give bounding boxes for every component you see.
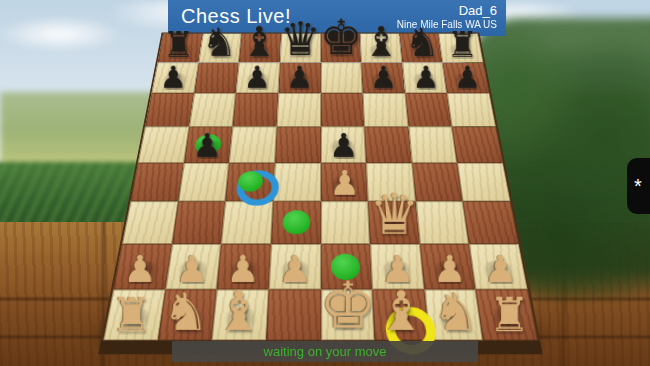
- square-d6[interactable]: [277, 93, 321, 126]
- king-glyph: ♚: [319, 14, 362, 62]
- pawn-glyph: ♟: [454, 62, 481, 92]
- piece-white-rook-h1[interactable]: ♜: [483, 264, 537, 335]
- pawn-glyph: ♟: [160, 62, 187, 92]
- square-d5[interactable]: [275, 127, 321, 163]
- piece-white-pawn-e4[interactable]: ♟: [321, 135, 368, 197]
- square-d4[interactable]: [273, 163, 321, 202]
- chess-board[interactable]: ♜♞♝♛♚♝♞♜♟♟♟♟♟♟♟♟♟♛♟♟♟♟♟♟♟♜♞♝♚♝♞♜: [103, 34, 537, 341]
- square-h5[interactable]: [452, 127, 503, 163]
- piece-white-bishop-c1[interactable]: ♝: [212, 264, 266, 335]
- square-g6[interactable]: [405, 93, 452, 126]
- status-bar: waiting on your move: [172, 341, 478, 362]
- board-scene: ♜♞♝♛♚♝♞♜♟♟♟♟♟♟♟♟♟♛♟♟♟♟♟♟♟♜♞♝♚♝♞♜: [0, 0, 650, 366]
- rook-glyph: ♜: [488, 291, 530, 338]
- pawn-glyph: ♟: [370, 62, 397, 92]
- piece-white-knight-b1[interactable]: ♞: [158, 264, 212, 335]
- square-b4[interactable]: [178, 163, 229, 202]
- square-e3[interactable]: [321, 201, 371, 243]
- piece-black-pawn-h7[interactable]: ♟: [447, 34, 489, 89]
- status-text: waiting on your move: [264, 344, 387, 359]
- square-c5[interactable]: [229, 127, 276, 163]
- asterisk-icon: *: [634, 175, 642, 198]
- piece-black-pawn-f7[interactable]: ♟: [363, 34, 405, 89]
- rook-glyph: ♜: [110, 291, 152, 338]
- piece-white-knight-g1[interactable]: ♞: [429, 264, 483, 335]
- piece-black-knight-b8[interactable]: ♞: [199, 6, 240, 59]
- piece-black-pawn-g7[interactable]: ♟: [405, 34, 447, 89]
- menu-side-tab[interactable]: *: [627, 158, 650, 214]
- pawn-glyph: ♟: [412, 62, 439, 92]
- square-g5[interactable]: [408, 127, 457, 163]
- square-c6[interactable]: [233, 93, 278, 126]
- piece-black-pawn-d7[interactable]: ♟: [278, 34, 320, 89]
- bishop-glyph: ♝: [377, 284, 426, 338]
- pawn-glyph: ♟: [286, 62, 313, 92]
- app-window: Chess Live! Dad_6 Nine Mile Falls WA US …: [0, 0, 650, 366]
- square-a5[interactable]: [138, 127, 189, 163]
- pawn-glyph: ♟: [278, 251, 311, 288]
- piece-white-pawn-d2[interactable]: ♟: [269, 217, 321, 285]
- piece-black-pawn-a7[interactable]: ♟: [152, 34, 194, 89]
- bishop-glyph: ♝: [215, 284, 264, 338]
- square-f6[interactable]: [363, 93, 408, 126]
- knight-glyph: ♞: [162, 286, 209, 338]
- square-h4[interactable]: [457, 163, 510, 202]
- move-dot-c4[interactable]: [238, 171, 264, 191]
- pawn-glyph: ♟: [244, 62, 271, 92]
- piece-black-pawn-b5[interactable]: ♟: [184, 99, 229, 159]
- pawn-glyph: ♟: [192, 129, 221, 162]
- king-glyph: ♚: [319, 274, 376, 338]
- piece-white-rook-a1[interactable]: ♜: [104, 264, 158, 335]
- square-b7[interactable]: [194, 62, 239, 93]
- square-e7[interactable]: [321, 62, 363, 93]
- square-a4[interactable]: [130, 163, 183, 202]
- square-d1[interactable]: [266, 290, 320, 341]
- pawn-glyph: ♟: [329, 166, 360, 200]
- square-f5[interactable]: [364, 127, 411, 163]
- piece-black-king-e8[interactable]: ♚: [321, 6, 362, 59]
- knight-glyph: ♞: [201, 23, 236, 62]
- square-h6[interactable]: [447, 93, 496, 126]
- piece-white-bishop-f1[interactable]: ♝: [375, 264, 429, 335]
- knight-glyph: ♞: [432, 286, 479, 338]
- piece-white-king-e1[interactable]: ♚: [321, 264, 375, 335]
- piece-black-pawn-c7[interactable]: ♟: [236, 34, 278, 89]
